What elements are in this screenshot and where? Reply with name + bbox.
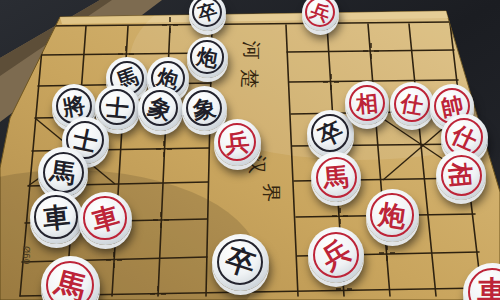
piece-red-horse[interactable]: 馬 xyxy=(311,152,361,202)
piece-character: 兵 xyxy=(212,117,263,168)
piece-character: 車 xyxy=(463,263,500,300)
piece-character: 馬 xyxy=(309,150,363,204)
piece-red-elephant[interactable]: 相 xyxy=(345,81,389,125)
photo-scene: 河 楚 汉 界 Ø60 卒炮馬炮將士象象士卒馬車卒兵兵相仕帥仕相馬炮車兵馬車 xyxy=(0,0,500,300)
piece-red-soldier[interactable]: 兵 xyxy=(214,119,261,166)
piece-character: 卒 xyxy=(204,226,276,298)
piece-black-elephant[interactable]: 象 xyxy=(138,86,183,131)
piece-red-elephant[interactable]: 相 xyxy=(436,150,486,200)
piece-character: 卒 xyxy=(184,0,229,35)
piece-black-soldier[interactable]: 卒 xyxy=(189,0,226,31)
piece-character: 車 xyxy=(27,188,85,246)
piece-red-cannon[interactable]: 炮 xyxy=(366,189,419,242)
piece-red-horse[interactable]: 馬 xyxy=(41,256,100,300)
piece-black-cannon[interactable]: 炮 xyxy=(187,37,228,78)
piece-character: 馬 xyxy=(34,249,106,300)
piece-black-soldier[interactable]: 卒 xyxy=(212,234,269,291)
piece-character: 相 xyxy=(434,148,488,202)
piece-character: 相 xyxy=(343,79,391,127)
piece-character: 兵 xyxy=(296,0,343,36)
piece-red-soldier[interactable]: 兵 xyxy=(302,0,339,31)
piece-red-soldier[interactable]: 兵 xyxy=(308,227,364,283)
pieces-layer: 卒炮馬炮將士象象士卒馬車卒兵兵相仕帥仕相馬炮車兵馬車 xyxy=(0,0,500,300)
piece-red-chariot[interactable]: 車 xyxy=(79,192,132,245)
piece-character: 兵 xyxy=(298,217,374,293)
piece-red-chariot[interactable]: 車 xyxy=(463,263,500,300)
piece-character: 炮 xyxy=(362,185,422,245)
